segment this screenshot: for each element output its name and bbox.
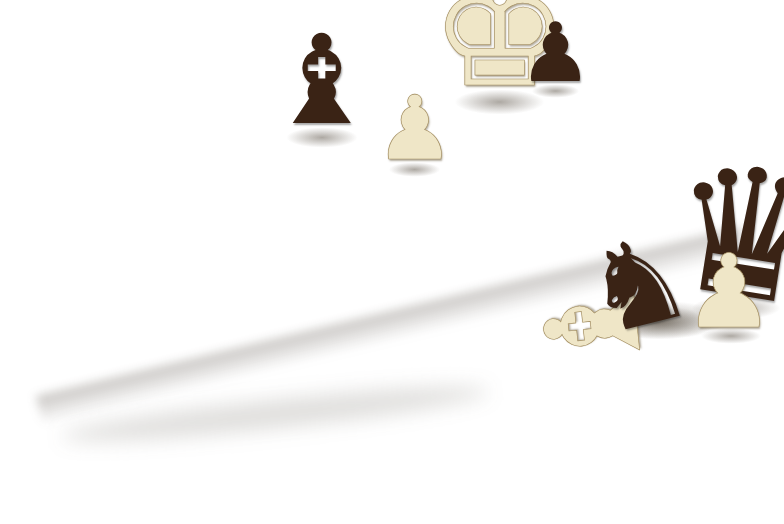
square-a1[interactable] xyxy=(102,236,186,284)
square-d1[interactable] xyxy=(322,190,408,233)
square-c8[interactable] xyxy=(194,63,256,89)
square-a7[interactable] xyxy=(83,100,147,130)
square-a4[interactable] xyxy=(92,159,164,196)
square-h1[interactable] xyxy=(583,135,671,172)
square-c6[interactable] xyxy=(207,96,275,126)
square-e1[interactable] xyxy=(390,175,477,216)
piece-dark-bishop-d4[interactable]: ♝ xyxy=(266,20,377,144)
square-a3[interactable] xyxy=(95,183,171,224)
square-h2[interactable] xyxy=(560,114,644,148)
square-f1[interactable] xyxy=(457,161,544,201)
piece-light-pawn-e2[interactable]: ♟ xyxy=(375,85,455,174)
square-c1[interactable] xyxy=(251,204,336,249)
square-b8[interactable] xyxy=(138,73,200,100)
square-c3[interactable] xyxy=(231,156,308,194)
square-b5[interactable] xyxy=(152,126,222,159)
square-g2[interactable] xyxy=(500,126,583,161)
square-b6[interactable] xyxy=(147,107,214,138)
square-b1[interactable] xyxy=(178,220,263,266)
square-a2[interactable] xyxy=(99,208,179,252)
piece-dark-pawn-h4[interactable]: ♟ xyxy=(519,12,593,94)
square-a6[interactable] xyxy=(86,118,152,150)
chess-set-photo: ♝♚♟♟ ♝♛♞♟ xyxy=(0,0,784,524)
square-b7[interactable] xyxy=(143,90,207,119)
square-b4[interactable] xyxy=(158,147,231,183)
square-b3[interactable] xyxy=(164,169,241,208)
square-g1[interactable] xyxy=(521,148,609,186)
fallen-piece-light-pawn[interactable]: ♟ xyxy=(683,241,774,343)
square-a8[interactable] xyxy=(81,83,142,111)
square-c2[interactable] xyxy=(241,179,322,220)
square-b2[interactable] xyxy=(171,193,251,235)
square-c7[interactable] xyxy=(200,79,265,107)
square-a5[interactable] xyxy=(89,138,158,173)
